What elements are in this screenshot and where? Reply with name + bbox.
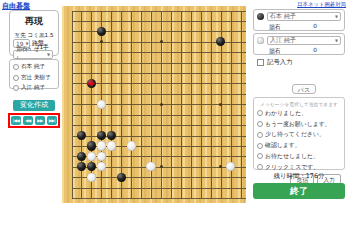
radio-icon[interactable] (13, 85, 19, 91)
message-option[interactable]: もう一度お願いします。 (257, 120, 341, 129)
step-back-button[interactable]: ◀◀ (23, 116, 33, 125)
grid-line (211, 11, 212, 199)
grid-line (171, 11, 172, 199)
radio-icon[interactable] (257, 132, 263, 138)
message-option-label: 少し待ってください。 (265, 130, 325, 139)
skip-to-end-button[interactable]: ▶▶| (47, 116, 57, 125)
message-option-label: もう一度お願いします。 (265, 120, 331, 129)
stone-white (97, 162, 106, 171)
stone-black (107, 131, 116, 140)
stone-white (87, 173, 96, 182)
captures-label: 揚石 (269, 23, 281, 32)
stone-black (87, 141, 96, 150)
chevron-down-icon: ▼ (335, 38, 338, 43)
star-point (219, 165, 222, 168)
stone-black (87, 162, 96, 171)
radio-icon[interactable] (257, 143, 263, 149)
chevron-down-icon: ▼ (47, 52, 50, 57)
stone-white (127, 141, 136, 150)
star-point (160, 103, 163, 106)
radio-icon[interactable] (13, 64, 19, 70)
radio-icon[interactable] (257, 121, 263, 127)
message-option[interactable]: 少し待ってください。 (257, 130, 341, 139)
last-move-marker (88, 80, 95, 87)
goban[interactable] (62, 6, 246, 203)
message-option[interactable]: わかりました。 (257, 109, 341, 118)
white-player-card: 入江 純子 ▼ 揚石 0 (253, 33, 345, 55)
star-point (160, 40, 163, 43)
grid-line (181, 11, 182, 199)
replay-title: 再現 (10, 15, 58, 28)
end-game-button[interactable]: 終了 (253, 183, 345, 199)
message-option-label: お待たせしました。 (265, 152, 319, 161)
stone-black (97, 131, 106, 140)
skip-to-start-button[interactable]: |◀◀ (11, 116, 21, 125)
white-player-select[interactable]: 入江 純子 ▼ (267, 36, 341, 45)
radio-icon[interactable] (257, 164, 263, 170)
grid-line (72, 188, 247, 189)
grid-line (72, 177, 247, 178)
playback-controls-highlight: |◀◀ ◀◀ ▶▶ ▶▶| (8, 113, 60, 128)
black-stone-icon (257, 13, 264, 20)
captures-value: 0 (313, 23, 317, 32)
remaining-time-label: 残り時間：176分 (253, 172, 345, 181)
stone-black (77, 162, 86, 171)
player-radio-row[interactable]: 入江 純子 (13, 84, 58, 92)
message-option[interactable]: お待たせしました。 (257, 152, 341, 161)
white-stone-icon (257, 37, 264, 44)
stone-white (87, 152, 96, 161)
grid-line (191, 11, 192, 199)
star-point (100, 40, 103, 43)
stone-white (97, 152, 106, 161)
stone-white (107, 141, 116, 150)
checkbox-icon[interactable] (257, 59, 264, 66)
captures-label: 揚石 (269, 47, 281, 56)
grid-line (241, 11, 242, 199)
message-option-label: わかりました。 (265, 109, 307, 118)
stone-white (97, 100, 106, 109)
star-point (219, 103, 222, 106)
grid-line (201, 11, 202, 199)
create-variation-button[interactable]: 変化作成 (13, 100, 55, 111)
stone-white (146, 162, 155, 171)
player-radio-row[interactable]: 宮辻 美樹子 (13, 74, 58, 82)
black-player-name: 石本 純子 (270, 12, 296, 21)
message-option[interactable]: 確認します。 (257, 141, 341, 150)
message-option-label: 確認します。 (265, 141, 301, 150)
message-card: メッセージを選択して送信できます わかりました。 もう一度お願いします。 少し待… (253, 97, 345, 170)
radio-icon[interactable] (257, 110, 263, 116)
captures-value: 0 (313, 47, 317, 56)
net-igo-link[interactable]: 日本ネット囲碁対局 (297, 1, 346, 8)
star-point (160, 165, 163, 168)
stone-black (117, 173, 126, 182)
pass-button[interactable]: パス (292, 84, 316, 94)
chevron-down-icon: ▼ (335, 14, 338, 19)
white-player-name: 入江 純子 (270, 36, 296, 45)
stone-black (216, 37, 225, 46)
player-name-label: 石本 純子 (21, 63, 45, 71)
black-player-card: 石本 純子 ▼ 揚石 0 (253, 9, 345, 31)
symbol-input-row[interactable]: 記号入力 (257, 58, 293, 67)
player-radio-row[interactable]: 石本 純子 (13, 63, 58, 71)
stone-black (97, 27, 106, 36)
grid-line (72, 198, 247, 199)
handicap-select[interactable]: 置石：なし ▼ (13, 50, 53, 59)
stone-white (226, 162, 235, 171)
stone-black (87, 79, 96, 88)
step-forward-button[interactable]: ▶▶ (35, 116, 45, 125)
stone-black (77, 131, 86, 140)
stone-white (97, 141, 106, 150)
symbol-input-label: 記号入力 (267, 58, 293, 67)
message-option-label: クリックミスです。 (265, 163, 319, 172)
radio-icon[interactable] (13, 75, 19, 81)
player-name-label: 入江 純子 (21, 84, 45, 92)
stone-black (77, 152, 86, 161)
player-list-card: 石本 純子 宮辻 美樹子 入江 純子 (9, 59, 59, 89)
player-name-label: 宮辻 美樹子 (21, 74, 51, 82)
radio-icon[interactable] (257, 153, 263, 159)
black-player-select[interactable]: 石本 純子 ▼ (267, 12, 341, 21)
message-header: メッセージを選択して送信できます (257, 101, 341, 107)
message-option[interactable]: クリックミスです。 (257, 163, 341, 172)
